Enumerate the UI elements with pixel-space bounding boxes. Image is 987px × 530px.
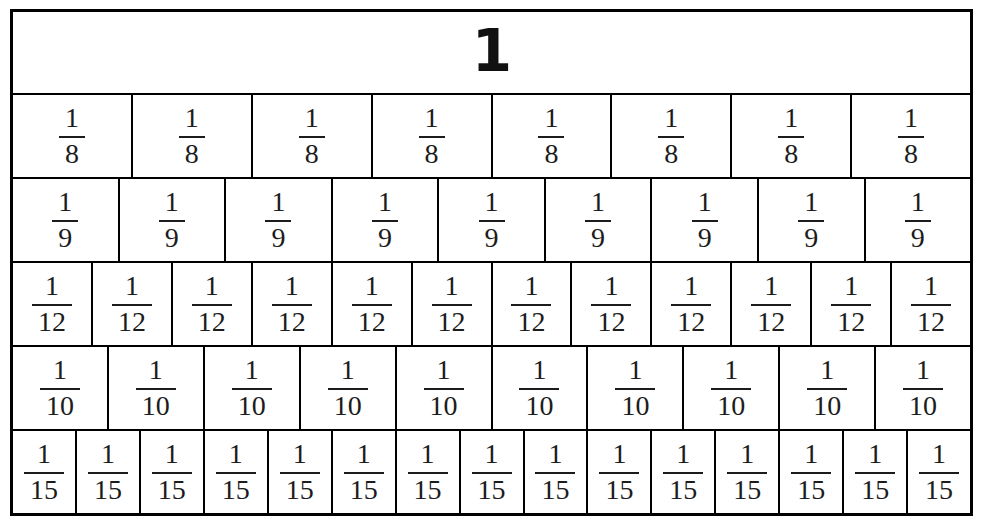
fraction-1-15: 115 bbox=[605, 440, 633, 504]
fraction-numerator: 1 bbox=[916, 356, 930, 385]
fraction-numerator: 1 bbox=[445, 272, 459, 301]
fraction-1-9: 19 bbox=[485, 188, 499, 252]
fraction-numerator: 1 bbox=[165, 188, 179, 217]
fraction-denominator: 12 bbox=[438, 308, 466, 337]
fraction-cell-eighths: 18 bbox=[251, 95, 371, 177]
fraction-denominator: 8 bbox=[185, 140, 199, 169]
fraction-numerator: 1 bbox=[37, 440, 51, 469]
fraction-denominator: 9 bbox=[591, 224, 605, 253]
fraction-numerator: 1 bbox=[65, 104, 79, 133]
fraction-1-9: 19 bbox=[911, 188, 925, 252]
fraction-wall-board: 1181818181818181819191919191919191911211… bbox=[10, 9, 973, 516]
fraction-cell-twelfths: 112 bbox=[730, 263, 810, 345]
fraction-denominator: 12 bbox=[517, 308, 545, 337]
fraction-denominator: 15 bbox=[861, 476, 889, 505]
fraction-denominator: 10 bbox=[430, 392, 458, 421]
fraction-1-10: 110 bbox=[430, 356, 458, 420]
fraction-numerator: 1 bbox=[245, 356, 259, 385]
fraction-1-10: 110 bbox=[142, 356, 170, 420]
fraction-denominator: 9 bbox=[485, 224, 499, 253]
fraction-cell-twelfths: 112 bbox=[491, 263, 571, 345]
fraction-cell-fifteenths: 115 bbox=[267, 431, 331, 513]
fraction-1-15: 115 bbox=[94, 440, 122, 504]
fraction-cell-fifteenths: 115 bbox=[139, 431, 203, 513]
fraction-cell-eighths: 18 bbox=[850, 95, 970, 177]
fraction-cell-twelfths: 112 bbox=[890, 263, 970, 345]
fraction-1-10: 110 bbox=[46, 356, 74, 420]
fraction-cell-twelfths: 112 bbox=[13, 263, 91, 345]
fraction-1-15: 115 bbox=[414, 440, 442, 504]
fraction-1-9: 19 bbox=[591, 188, 605, 252]
fraction-denominator: 10 bbox=[813, 392, 841, 421]
fraction-cell-tenths: 110 bbox=[299, 347, 395, 429]
fraction-1-9: 19 bbox=[378, 188, 392, 252]
fraction-numerator: 1 bbox=[548, 440, 562, 469]
fraction-cell-ninths: 19 bbox=[13, 179, 118, 261]
fraction-cell-fifteenths: 115 bbox=[75, 431, 139, 513]
fraction-denominator: 15 bbox=[669, 476, 697, 505]
fraction-denominator: 15 bbox=[286, 476, 314, 505]
fraction-numerator: 1 bbox=[740, 440, 754, 469]
fraction-denominator: 15 bbox=[478, 476, 506, 505]
fraction-denominator: 10 bbox=[238, 392, 266, 421]
fraction-cell-eighths: 18 bbox=[371, 95, 491, 177]
fraction-cell-tenths: 110 bbox=[491, 347, 587, 429]
fraction-numerator: 1 bbox=[341, 356, 355, 385]
fraction-numerator: 1 bbox=[868, 440, 882, 469]
fraction-cell-ninths: 19 bbox=[118, 179, 225, 261]
fraction-cell-ninths: 19 bbox=[544, 179, 651, 261]
row-twelfths: 112112112112112112112112112112112112 bbox=[13, 261, 970, 345]
fraction-1-15: 115 bbox=[30, 440, 58, 504]
fraction-cell-twelfths: 112 bbox=[570, 263, 650, 345]
fraction-numerator: 1 bbox=[58, 188, 72, 217]
fraction-denominator: 8 bbox=[904, 140, 918, 169]
fraction-numerator: 1 bbox=[229, 440, 243, 469]
fraction-1-15: 115 bbox=[158, 440, 186, 504]
fraction-denominator: 12 bbox=[757, 308, 785, 337]
fraction-denominator: 10 bbox=[334, 392, 362, 421]
fraction-1-12: 112 bbox=[917, 272, 945, 336]
fraction-cell-ninths: 19 bbox=[757, 179, 864, 261]
fraction-numerator: 1 bbox=[271, 188, 285, 217]
fraction-numerator: 1 bbox=[45, 272, 59, 301]
row-ninths: 191919191919191919 bbox=[13, 177, 970, 261]
fraction-denominator: 8 bbox=[305, 140, 319, 169]
fraction-numerator: 1 bbox=[784, 104, 798, 133]
fraction-denominator: 10 bbox=[717, 392, 745, 421]
fraction-1-8: 18 bbox=[904, 104, 918, 168]
fraction-numerator: 1 bbox=[293, 440, 307, 469]
fraction-denominator: 10 bbox=[909, 392, 937, 421]
fraction-cell-tenths: 110 bbox=[586, 347, 682, 429]
fraction-numerator: 1 bbox=[485, 188, 499, 217]
fraction-1-15: 115 bbox=[286, 440, 314, 504]
fraction-numerator: 1 bbox=[485, 440, 499, 469]
fraction-1-12: 112 bbox=[597, 272, 625, 336]
fraction-cell-twelfths: 112 bbox=[171, 263, 251, 345]
fraction-numerator: 1 bbox=[53, 356, 67, 385]
fraction-1-9: 19 bbox=[58, 188, 72, 252]
fraction-1-10: 110 bbox=[525, 356, 553, 420]
fraction-cell-tenths: 110 bbox=[778, 347, 874, 429]
fraction-cell-fifteenths: 115 bbox=[778, 431, 842, 513]
fraction-1-15: 115 bbox=[350, 440, 378, 504]
fraction-numerator: 1 bbox=[844, 272, 858, 301]
fraction-denominator: 9 bbox=[271, 224, 285, 253]
fraction-1-9: 19 bbox=[165, 188, 179, 252]
fraction-1-12: 112 bbox=[677, 272, 705, 336]
fraction-cell-fifteenths: 115 bbox=[714, 431, 778, 513]
fraction-cell-fifteenths: 115 bbox=[523, 431, 587, 513]
fraction-denominator: 8 bbox=[664, 140, 678, 169]
fraction-1-10: 110 bbox=[334, 356, 362, 420]
fraction-numerator: 1 bbox=[149, 356, 163, 385]
fraction-denominator: 12 bbox=[38, 308, 66, 337]
fraction-denominator: 8 bbox=[65, 140, 79, 169]
fraction-cell-tenths: 110 bbox=[874, 347, 970, 429]
fraction-cell-tenths: 110 bbox=[13, 347, 107, 429]
fraction-denominator: 10 bbox=[621, 392, 649, 421]
fraction-1-15: 115 bbox=[925, 440, 953, 504]
fraction-1-12: 112 bbox=[118, 272, 146, 336]
fraction-1-15: 115 bbox=[733, 440, 761, 504]
fraction-numerator: 1 bbox=[544, 104, 558, 133]
fraction-1-8: 18 bbox=[425, 104, 439, 168]
fraction-denominator: 15 bbox=[733, 476, 761, 505]
fraction-denominator: 10 bbox=[142, 392, 170, 421]
fraction-denominator: 15 bbox=[797, 476, 825, 505]
row-eighths: 1818181818181818 bbox=[13, 93, 970, 177]
fraction-cell-tenths: 110 bbox=[107, 347, 203, 429]
fraction-numerator: 1 bbox=[684, 272, 698, 301]
fraction-numerator: 1 bbox=[628, 356, 642, 385]
whole-label: 1 bbox=[472, 22, 511, 84]
fraction-1-12: 112 bbox=[278, 272, 306, 336]
fraction-denominator: 9 bbox=[698, 224, 712, 253]
fraction-1-9: 19 bbox=[271, 188, 285, 252]
fraction-denominator: 12 bbox=[837, 308, 865, 337]
fraction-numerator: 1 bbox=[365, 272, 379, 301]
fraction-denominator: 15 bbox=[30, 476, 58, 505]
fraction-1-12: 112 bbox=[517, 272, 545, 336]
whole-cell: 1 bbox=[13, 12, 970, 93]
row-whole: 1 bbox=[13, 12, 970, 93]
fraction-cell-twelfths: 112 bbox=[810, 263, 890, 345]
fraction-cell-fifteenths: 115 bbox=[459, 431, 523, 513]
fraction-1-12: 112 bbox=[757, 272, 785, 336]
fraction-cell-twelfths: 112 bbox=[411, 263, 491, 345]
fraction-numerator: 1 bbox=[165, 440, 179, 469]
fraction-1-10: 110 bbox=[238, 356, 266, 420]
fraction-cell-twelfths: 112 bbox=[650, 263, 730, 345]
fraction-numerator: 1 bbox=[604, 272, 618, 301]
fraction-denominator: 12 bbox=[198, 308, 226, 337]
fraction-1-12: 112 bbox=[438, 272, 466, 336]
fraction-denominator: 9 bbox=[58, 224, 72, 253]
fraction-cell-tenths: 110 bbox=[203, 347, 299, 429]
fraction-numerator: 1 bbox=[724, 356, 738, 385]
fraction-1-15: 115 bbox=[478, 440, 506, 504]
fraction-numerator: 1 bbox=[305, 104, 319, 133]
fraction-1-10: 110 bbox=[717, 356, 745, 420]
fraction-numerator: 1 bbox=[932, 440, 946, 469]
fraction-cell-ninths: 19 bbox=[650, 179, 757, 261]
fraction-numerator: 1 bbox=[285, 272, 299, 301]
fraction-1-15: 115 bbox=[541, 440, 569, 504]
fraction-1-15: 115 bbox=[669, 440, 697, 504]
fraction-wall-page: 1181818181818181819191919191919191911211… bbox=[0, 0, 987, 530]
fraction-numerator: 1 bbox=[532, 356, 546, 385]
fraction-numerator: 1 bbox=[524, 272, 538, 301]
fraction-cell-fifteenths: 115 bbox=[842, 431, 906, 513]
fraction-numerator: 1 bbox=[185, 104, 199, 133]
fraction-cell-fifteenths: 115 bbox=[331, 431, 395, 513]
fraction-cell-fifteenths: 115 bbox=[203, 431, 267, 513]
fraction-cell-twelfths: 112 bbox=[331, 263, 411, 345]
fraction-cell-eighths: 18 bbox=[13, 95, 131, 177]
fraction-denominator: 9 bbox=[165, 224, 179, 253]
fraction-denominator: 12 bbox=[278, 308, 306, 337]
fraction-denominator: 8 bbox=[784, 140, 798, 169]
fraction-1-10: 110 bbox=[621, 356, 649, 420]
fraction-cell-ninths: 19 bbox=[864, 179, 971, 261]
fraction-1-8: 18 bbox=[305, 104, 319, 168]
fraction-denominator: 12 bbox=[677, 308, 705, 337]
fraction-cell-ninths: 19 bbox=[437, 179, 544, 261]
fraction-denominator: 12 bbox=[118, 308, 146, 337]
fraction-numerator: 1 bbox=[101, 440, 115, 469]
fraction-denominator: 8 bbox=[425, 140, 439, 169]
fraction-denominator: 15 bbox=[541, 476, 569, 505]
fraction-1-10: 110 bbox=[909, 356, 937, 420]
fraction-numerator: 1 bbox=[904, 104, 918, 133]
fraction-numerator: 1 bbox=[676, 440, 690, 469]
fraction-cell-eighths: 18 bbox=[491, 95, 611, 177]
fraction-numerator: 1 bbox=[425, 104, 439, 133]
row-tenths: 110110110110110110110110110110 bbox=[13, 345, 970, 429]
fraction-denominator: 10 bbox=[46, 392, 74, 421]
fraction-numerator: 1 bbox=[924, 272, 938, 301]
fraction-1-8: 18 bbox=[784, 104, 798, 168]
fraction-denominator: 15 bbox=[605, 476, 633, 505]
fraction-denominator: 15 bbox=[350, 476, 378, 505]
fraction-cell-tenths: 110 bbox=[395, 347, 491, 429]
fraction-1-12: 112 bbox=[837, 272, 865, 336]
fraction-1-9: 19 bbox=[698, 188, 712, 252]
fraction-denominator: 15 bbox=[414, 476, 442, 505]
fraction-1-15: 115 bbox=[797, 440, 825, 504]
fraction-numerator: 1 bbox=[205, 272, 219, 301]
fraction-denominator: 9 bbox=[911, 224, 925, 253]
fraction-denominator: 8 bbox=[544, 140, 558, 169]
fraction-numerator: 1 bbox=[820, 356, 834, 385]
fraction-numerator: 1 bbox=[591, 188, 605, 217]
row-fifteenths: 1151151151151151151151151151151151151151… bbox=[13, 429, 970, 513]
fraction-denominator: 15 bbox=[158, 476, 186, 505]
fraction-cell-twelfths: 112 bbox=[91, 263, 171, 345]
fraction-denominator: 15 bbox=[222, 476, 250, 505]
fraction-cell-twelfths: 112 bbox=[251, 263, 331, 345]
fraction-1-8: 18 bbox=[65, 104, 79, 168]
fraction-denominator: 15 bbox=[925, 476, 953, 505]
fraction-cell-eighths: 18 bbox=[730, 95, 850, 177]
fraction-denominator: 9 bbox=[378, 224, 392, 253]
fraction-cell-ninths: 19 bbox=[224, 179, 331, 261]
fraction-cell-eighths: 18 bbox=[131, 95, 251, 177]
fraction-cell-fifteenths: 115 bbox=[13, 431, 75, 513]
fraction-1-15: 115 bbox=[861, 440, 889, 504]
fraction-1-12: 112 bbox=[358, 272, 386, 336]
fraction-numerator: 1 bbox=[664, 104, 678, 133]
fraction-1-12: 112 bbox=[38, 272, 66, 336]
fraction-numerator: 1 bbox=[378, 188, 392, 217]
fraction-numerator: 1 bbox=[357, 440, 371, 469]
fraction-denominator: 12 bbox=[917, 308, 945, 337]
fraction-cell-fifteenths: 115 bbox=[395, 431, 459, 513]
fraction-numerator: 1 bbox=[764, 272, 778, 301]
fraction-numerator: 1 bbox=[698, 188, 712, 217]
fraction-1-8: 18 bbox=[664, 104, 678, 168]
fraction-denominator: 10 bbox=[525, 392, 553, 421]
fraction-numerator: 1 bbox=[804, 188, 818, 217]
fraction-1-10: 110 bbox=[813, 356, 841, 420]
fraction-numerator: 1 bbox=[437, 356, 451, 385]
fraction-denominator: 9 bbox=[804, 224, 818, 253]
fraction-numerator: 1 bbox=[125, 272, 139, 301]
fraction-1-8: 18 bbox=[185, 104, 199, 168]
fraction-1-12: 112 bbox=[198, 272, 226, 336]
fraction-numerator: 1 bbox=[804, 440, 818, 469]
fraction-cell-fifteenths: 115 bbox=[650, 431, 714, 513]
fraction-numerator: 1 bbox=[421, 440, 435, 469]
fraction-denominator: 12 bbox=[597, 308, 625, 337]
fraction-cell-tenths: 110 bbox=[682, 347, 778, 429]
fraction-denominator: 15 bbox=[94, 476, 122, 505]
fraction-cell-fifteenths: 115 bbox=[586, 431, 650, 513]
fraction-denominator: 12 bbox=[358, 308, 386, 337]
fraction-cell-eighths: 18 bbox=[610, 95, 730, 177]
fraction-1-9: 19 bbox=[804, 188, 818, 252]
fraction-numerator: 1 bbox=[612, 440, 626, 469]
fraction-numerator: 1 bbox=[911, 188, 925, 217]
fraction-cell-fifteenths: 115 bbox=[906, 431, 970, 513]
fraction-1-15: 115 bbox=[222, 440, 250, 504]
fraction-1-8: 18 bbox=[544, 104, 558, 168]
fraction-cell-ninths: 19 bbox=[331, 179, 438, 261]
